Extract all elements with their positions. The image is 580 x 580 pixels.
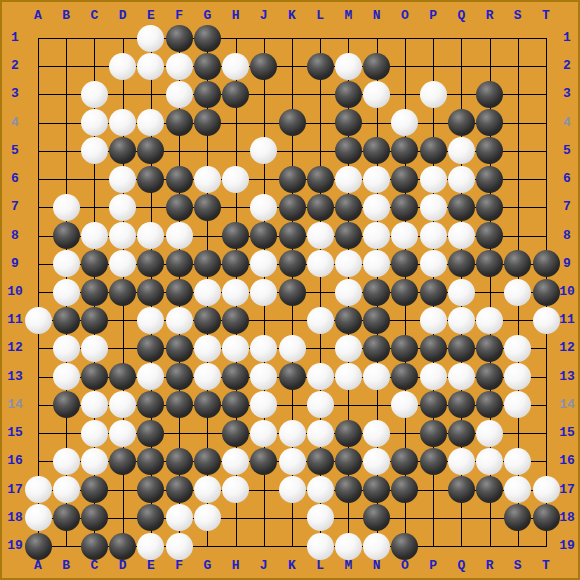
- black-stone[interactable]: [420, 137, 447, 164]
- black-stone[interactable]: [279, 279, 306, 306]
- black-stone[interactable]: [53, 504, 80, 531]
- black-stone[interactable]: [420, 420, 447, 447]
- col-label-bottom: R: [486, 559, 494, 573]
- white-stone[interactable]: [420, 194, 447, 221]
- white-stone[interactable]: [109, 166, 136, 193]
- white-stone[interactable]: [307, 420, 334, 447]
- white-stone[interactable]: [109, 53, 136, 80]
- white-stone[interactable]: [504, 476, 531, 503]
- row-label-left: 15: [7, 426, 23, 440]
- black-stone[interactable]: [391, 363, 418, 390]
- black-stone[interactable]: [335, 137, 362, 164]
- black-stone[interactable]: [81, 279, 108, 306]
- black-stone[interactable]: [250, 448, 277, 475]
- white-stone[interactable]: [222, 335, 249, 362]
- row-label-right: 19: [559, 539, 575, 553]
- row-label-right: 1: [563, 31, 571, 45]
- black-stone[interactable]: [448, 476, 475, 503]
- white-stone[interactable]: [25, 504, 52, 531]
- white-stone[interactable]: [53, 250, 80, 277]
- white-stone[interactable]: [53, 363, 80, 390]
- black-stone[interactable]: [476, 166, 503, 193]
- white-stone[interactable]: [137, 25, 164, 52]
- black-stone[interactable]: [533, 504, 560, 531]
- col-label-bottom: E: [147, 559, 155, 573]
- black-stone[interactable]: [504, 504, 531, 531]
- col-label-bottom: P: [429, 559, 437, 573]
- black-stone[interactable]: [363, 137, 390, 164]
- white-stone[interactable]: [307, 504, 334, 531]
- black-stone[interactable]: [222, 307, 249, 334]
- black-stone[interactable]: [137, 166, 164, 193]
- col-label-top: P: [429, 9, 437, 23]
- row-label-right: 9: [563, 257, 571, 271]
- black-stone[interactable]: [391, 194, 418, 221]
- black-stone[interactable]: [448, 194, 475, 221]
- white-stone[interactable]: [448, 448, 475, 475]
- black-stone[interactable]: [420, 391, 447, 418]
- col-label-bottom: Q: [457, 559, 465, 573]
- black-stone[interactable]: [476, 81, 503, 108]
- black-stone[interactable]: [391, 533, 418, 560]
- col-label-top: H: [232, 9, 240, 23]
- black-stone[interactable]: [476, 391, 503, 418]
- row-label-right: 7: [563, 200, 571, 214]
- white-stone[interactable]: [81, 448, 108, 475]
- col-label-top: Q: [457, 9, 465, 23]
- black-stone[interactable]: [166, 279, 193, 306]
- black-stone[interactable]: [476, 335, 503, 362]
- black-stone[interactable]: [109, 448, 136, 475]
- white-stone[interactable]: [448, 137, 475, 164]
- col-label-bottom: D: [119, 559, 127, 573]
- row-label-left: 11: [7, 313, 23, 327]
- black-stone[interactable]: [363, 279, 390, 306]
- black-stone[interactable]: [137, 504, 164, 531]
- col-label-top: F: [175, 9, 183, 23]
- col-label-bottom: B: [62, 559, 70, 573]
- white-stone[interactable]: [307, 391, 334, 418]
- black-stone[interactable]: [53, 391, 80, 418]
- white-stone[interactable]: [109, 250, 136, 277]
- white-stone[interactable]: [109, 222, 136, 249]
- black-stone[interactable]: [81, 363, 108, 390]
- row-label-left: 19: [7, 539, 23, 553]
- white-stone[interactable]: [533, 476, 560, 503]
- white-stone[interactable]: [137, 222, 164, 249]
- row-label-right: 14: [559, 398, 575, 412]
- black-stone[interactable]: [476, 363, 503, 390]
- row-label-right: 4: [563, 116, 571, 130]
- black-stone[interactable]: [279, 222, 306, 249]
- white-stone[interactable]: [53, 476, 80, 503]
- white-stone[interactable]: [307, 363, 334, 390]
- white-stone[interactable]: [420, 81, 447, 108]
- col-label-top: M: [345, 9, 353, 23]
- white-stone[interactable]: [166, 307, 193, 334]
- black-stone[interactable]: [391, 137, 418, 164]
- white-stone[interactable]: [81, 222, 108, 249]
- white-stone[interactable]: [194, 504, 221, 531]
- white-stone[interactable]: [448, 363, 475, 390]
- black-stone[interactable]: [476, 476, 503, 503]
- black-stone[interactable]: [307, 194, 334, 221]
- black-stone[interactable]: [222, 363, 249, 390]
- col-label-top: O: [401, 9, 409, 23]
- black-stone[interactable]: [307, 448, 334, 475]
- black-stone[interactable]: [166, 448, 193, 475]
- board-hline: [38, 518, 547, 519]
- black-stone[interactable]: [476, 137, 503, 164]
- black-stone[interactable]: [109, 137, 136, 164]
- white-stone[interactable]: [81, 335, 108, 362]
- white-stone[interactable]: [25, 307, 52, 334]
- black-stone[interactable]: [81, 533, 108, 560]
- white-stone[interactable]: [448, 279, 475, 306]
- white-stone[interactable]: [279, 448, 306, 475]
- white-stone[interactable]: [448, 222, 475, 249]
- black-stone[interactable]: [476, 222, 503, 249]
- black-stone[interactable]: [194, 391, 221, 418]
- black-stone[interactable]: [81, 476, 108, 503]
- black-stone[interactable]: [391, 166, 418, 193]
- black-stone[interactable]: [279, 166, 306, 193]
- black-stone[interactable]: [222, 420, 249, 447]
- col-label-top: R: [486, 9, 494, 23]
- white-stone[interactable]: [166, 81, 193, 108]
- black-stone[interactable]: [448, 250, 475, 277]
- white-stone[interactable]: [420, 363, 447, 390]
- black-stone[interactable]: [533, 279, 560, 306]
- row-label-left: 12: [7, 341, 23, 355]
- white-stone[interactable]: [53, 448, 80, 475]
- black-stone[interactable]: [109, 363, 136, 390]
- white-stone[interactable]: [250, 363, 277, 390]
- white-stone[interactable]: [81, 391, 108, 418]
- white-stone[interactable]: [250, 250, 277, 277]
- black-stone[interactable]: [81, 307, 108, 334]
- black-stone[interactable]: [363, 504, 390, 531]
- black-stone[interactable]: [137, 250, 164, 277]
- white-stone[interactable]: [476, 448, 503, 475]
- black-stone[interactable]: [194, 307, 221, 334]
- white-stone[interactable]: [222, 448, 249, 475]
- black-stone[interactable]: [194, 194, 221, 221]
- white-stone[interactable]: [222, 53, 249, 80]
- white-stone[interactable]: [53, 279, 80, 306]
- row-label-right: 18: [559, 511, 575, 525]
- black-stone[interactable]: [194, 53, 221, 80]
- row-label-right: 6: [563, 172, 571, 186]
- row-label-left: 7: [11, 200, 19, 214]
- col-label-top: N: [373, 9, 381, 23]
- black-stone[interactable]: [166, 363, 193, 390]
- black-stone[interactable]: [53, 222, 80, 249]
- white-stone[interactable]: [335, 363, 362, 390]
- white-stone[interactable]: [307, 307, 334, 334]
- col-label-bottom: K: [288, 559, 296, 573]
- black-stone[interactable]: [335, 109, 362, 136]
- white-stone[interactable]: [391, 222, 418, 249]
- white-stone[interactable]: [250, 391, 277, 418]
- black-stone[interactable]: [279, 363, 306, 390]
- white-stone[interactable]: [194, 335, 221, 362]
- black-stone[interactable]: [391, 476, 418, 503]
- white-stone[interactable]: [363, 166, 390, 193]
- black-stone[interactable]: [335, 448, 362, 475]
- col-label-bottom: J: [260, 559, 268, 573]
- black-stone[interactable]: [307, 166, 334, 193]
- black-stone[interactable]: [137, 279, 164, 306]
- black-stone[interactable]: [363, 476, 390, 503]
- black-stone[interactable]: [448, 420, 475, 447]
- col-label-top: E: [147, 9, 155, 23]
- black-stone[interactable]: [137, 476, 164, 503]
- white-stone[interactable]: [194, 166, 221, 193]
- white-stone[interactable]: [137, 363, 164, 390]
- black-stone[interactable]: [391, 448, 418, 475]
- white-stone[interactable]: [420, 307, 447, 334]
- white-stone[interactable]: [81, 420, 108, 447]
- black-stone[interactable]: [137, 335, 164, 362]
- row-label-left: 2: [11, 59, 19, 73]
- white-stone[interactable]: [222, 166, 249, 193]
- white-stone[interactable]: [335, 335, 362, 362]
- col-label-bottom: M: [345, 559, 353, 573]
- black-stone[interactable]: [53, 307, 80, 334]
- black-stone[interactable]: [420, 335, 447, 362]
- row-label-left: 10: [7, 285, 23, 299]
- white-stone[interactable]: [448, 307, 475, 334]
- row-label-left: 1: [11, 31, 19, 45]
- black-stone[interactable]: [504, 250, 531, 277]
- white-stone[interactable]: [476, 420, 503, 447]
- black-stone[interactable]: [363, 307, 390, 334]
- black-stone[interactable]: [363, 335, 390, 362]
- black-stone[interactable]: [137, 420, 164, 447]
- white-stone[interactable]: [335, 279, 362, 306]
- black-stone[interactable]: [335, 420, 362, 447]
- black-stone[interactable]: [420, 448, 447, 475]
- white-stone[interactable]: [53, 194, 80, 221]
- black-stone[interactable]: [222, 222, 249, 249]
- black-stone[interactable]: [222, 250, 249, 277]
- row-label-left: 13: [7, 370, 23, 384]
- black-stone[interactable]: [194, 109, 221, 136]
- white-stone[interactable]: [222, 476, 249, 503]
- white-stone[interactable]: [250, 335, 277, 362]
- black-stone[interactable]: [166, 250, 193, 277]
- black-stone[interactable]: [335, 307, 362, 334]
- white-stone[interactable]: [363, 222, 390, 249]
- white-stone[interactable]: [250, 279, 277, 306]
- black-stone[interactable]: [279, 194, 306, 221]
- white-stone[interactable]: [504, 391, 531, 418]
- black-stone[interactable]: [335, 476, 362, 503]
- black-stone[interactable]: [335, 81, 362, 108]
- black-stone[interactable]: [391, 279, 418, 306]
- row-label-left: 3: [11, 87, 19, 101]
- white-stone[interactable]: [166, 533, 193, 560]
- white-stone[interactable]: [335, 53, 362, 80]
- black-stone[interactable]: [166, 25, 193, 52]
- black-stone[interactable]: [166, 476, 193, 503]
- black-stone[interactable]: [476, 109, 503, 136]
- black-stone[interactable]: [250, 53, 277, 80]
- white-stone[interactable]: [109, 391, 136, 418]
- white-stone[interactable]: [166, 504, 193, 531]
- col-label-bottom: C: [91, 559, 99, 573]
- white-stone[interactable]: [279, 420, 306, 447]
- black-stone[interactable]: [363, 53, 390, 80]
- col-label-top: B: [62, 9, 70, 23]
- white-stone[interactable]: [504, 279, 531, 306]
- black-stone[interactable]: [137, 448, 164, 475]
- white-stone[interactable]: [109, 109, 136, 136]
- white-stone[interactable]: [335, 166, 362, 193]
- black-stone[interactable]: [476, 194, 503, 221]
- white-stone[interactable]: [448, 166, 475, 193]
- white-stone[interactable]: [476, 307, 503, 334]
- row-label-right: 15: [559, 426, 575, 440]
- row-label-left: 17: [7, 483, 23, 497]
- black-stone[interactable]: [109, 279, 136, 306]
- col-label-top: C: [91, 9, 99, 23]
- black-stone[interactable]: [448, 335, 475, 362]
- black-stone[interactable]: [194, 25, 221, 52]
- white-stone[interactable]: [194, 476, 221, 503]
- black-stone[interactable]: [335, 222, 362, 249]
- white-stone[interactable]: [250, 420, 277, 447]
- white-stone[interactable]: [335, 533, 362, 560]
- row-label-right: 11: [559, 313, 575, 327]
- white-stone[interactable]: [335, 250, 362, 277]
- white-stone[interactable]: [81, 81, 108, 108]
- white-stone[interactable]: [307, 476, 334, 503]
- white-stone[interactable]: [81, 137, 108, 164]
- col-label-top: T: [542, 9, 550, 23]
- white-stone[interactable]: [250, 194, 277, 221]
- white-stone[interactable]: [504, 363, 531, 390]
- white-stone[interactable]: [279, 476, 306, 503]
- col-label-bottom: O: [401, 559, 409, 573]
- white-stone[interactable]: [109, 194, 136, 221]
- white-stone[interactable]: [363, 81, 390, 108]
- row-label-right: 13: [559, 370, 575, 384]
- white-stone[interactable]: [166, 222, 193, 249]
- row-label-right: 16: [559, 454, 575, 468]
- white-stone[interactable]: [109, 420, 136, 447]
- white-stone[interactable]: [250, 137, 277, 164]
- black-stone[interactable]: [194, 250, 221, 277]
- black-stone[interactable]: [25, 533, 52, 560]
- col-label-bottom: A: [34, 559, 42, 573]
- white-stone[interactable]: [391, 391, 418, 418]
- white-stone[interactable]: [420, 250, 447, 277]
- black-stone[interactable]: [250, 222, 277, 249]
- white-stone[interactable]: [391, 109, 418, 136]
- white-stone[interactable]: [307, 533, 334, 560]
- black-stone[interactable]: [420, 279, 447, 306]
- white-stone[interactable]: [166, 53, 193, 80]
- row-label-right: 8: [563, 229, 571, 243]
- white-stone[interactable]: [81, 109, 108, 136]
- col-label-top: K: [288, 9, 296, 23]
- white-stone[interactable]: [194, 279, 221, 306]
- white-stone[interactable]: [137, 533, 164, 560]
- row-label-right: 10: [559, 285, 575, 299]
- white-stone[interactable]: [363, 533, 390, 560]
- black-stone[interactable]: [391, 250, 418, 277]
- row-label-left: 5: [11, 144, 19, 158]
- white-stone[interactable]: [533, 307, 560, 334]
- black-stone[interactable]: [533, 250, 560, 277]
- black-stone[interactable]: [81, 250, 108, 277]
- white-stone[interactable]: [504, 448, 531, 475]
- white-stone[interactable]: [420, 222, 447, 249]
- col-label-bottom: G: [203, 559, 211, 573]
- black-stone[interactable]: [166, 194, 193, 221]
- white-stone[interactable]: [363, 250, 390, 277]
- black-stone[interactable]: [391, 335, 418, 362]
- black-stone[interactable]: [279, 109, 306, 136]
- black-stone[interactable]: [279, 250, 306, 277]
- white-stone[interactable]: [363, 194, 390, 221]
- row-label-left: 8: [11, 229, 19, 243]
- col-label-top: A: [34, 9, 42, 23]
- black-stone[interactable]: [194, 81, 221, 108]
- black-stone[interactable]: [448, 391, 475, 418]
- white-stone[interactable]: [137, 307, 164, 334]
- black-stone[interactable]: [137, 391, 164, 418]
- white-stone[interactable]: [307, 250, 334, 277]
- black-stone[interactable]: [222, 391, 249, 418]
- black-stone[interactable]: [109, 533, 136, 560]
- white-stone[interactable]: [363, 448, 390, 475]
- white-stone[interactable]: [194, 363, 221, 390]
- black-stone[interactable]: [222, 81, 249, 108]
- black-stone[interactable]: [166, 109, 193, 136]
- row-label-left: 6: [11, 172, 19, 186]
- white-stone[interactable]: [137, 109, 164, 136]
- white-stone[interactable]: [279, 335, 306, 362]
- white-stone[interactable]: [363, 420, 390, 447]
- black-stone[interactable]: [307, 53, 334, 80]
- black-stone[interactable]: [194, 448, 221, 475]
- row-label-left: 16: [7, 454, 23, 468]
- black-stone[interactable]: [137, 137, 164, 164]
- black-stone[interactable]: [166, 166, 193, 193]
- white-stone[interactable]: [307, 222, 334, 249]
- black-stone[interactable]: [166, 391, 193, 418]
- black-stone[interactable]: [448, 109, 475, 136]
- row-label-right: 2: [563, 59, 571, 73]
- white-stone[interactable]: [420, 166, 447, 193]
- white-stone[interactable]: [137, 53, 164, 80]
- black-stone[interactable]: [166, 335, 193, 362]
- col-label-bottom: H: [232, 559, 240, 573]
- col-label-bottom: F: [175, 559, 183, 573]
- white-stone[interactable]: [504, 335, 531, 362]
- white-stone[interactable]: [25, 476, 52, 503]
- white-stone[interactable]: [53, 335, 80, 362]
- white-stone[interactable]: [363, 363, 390, 390]
- white-stone[interactable]: [222, 279, 249, 306]
- row-label-right: 17: [559, 483, 575, 497]
- black-stone[interactable]: [81, 504, 108, 531]
- black-stone[interactable]: [335, 194, 362, 221]
- black-stone[interactable]: [476, 250, 503, 277]
